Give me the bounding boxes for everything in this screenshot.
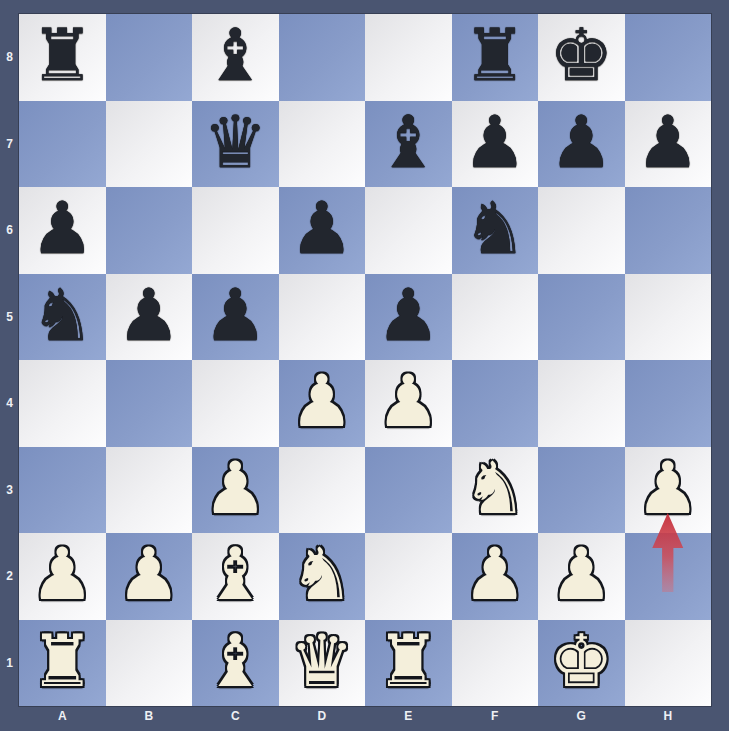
square-h4[interactable] <box>625 360 712 447</box>
square-b1[interactable] <box>106 620 193 707</box>
chess-board-panel: 87654321 ♜♝♜♚♛♝♟♟♟♟♟♞♞♟♟♟♟♟♟♞♟♟♟♝♞♟♟♜♝♛♜… <box>0 0 729 731</box>
piece-white-king[interactable]: ♚ <box>549 625 614 697</box>
square-a3[interactable] <box>19 447 106 534</box>
square-h6[interactable] <box>625 187 712 274</box>
file-label-g: G <box>538 706 625 731</box>
square-e1[interactable]: ♜ <box>365 620 452 707</box>
square-c1[interactable]: ♝ <box>192 620 279 707</box>
piece-white-rook[interactable]: ♜ <box>30 625 95 697</box>
square-b5[interactable]: ♟ <box>106 274 193 361</box>
square-c4[interactable] <box>192 360 279 447</box>
square-g6[interactable] <box>538 187 625 274</box>
piece-white-bishop[interactable]: ♝ <box>203 538 268 610</box>
square-c2[interactable]: ♝ <box>192 533 279 620</box>
square-b3[interactable] <box>106 447 193 534</box>
square-f1[interactable] <box>452 620 539 707</box>
file-label-e: E <box>365 706 452 731</box>
square-h1[interactable] <box>625 620 712 707</box>
square-a1[interactable]: ♜ <box>19 620 106 707</box>
square-d6[interactable]: ♟ <box>279 187 366 274</box>
piece-black-pawn[interactable]: ♟ <box>116 279 181 351</box>
square-c6[interactable] <box>192 187 279 274</box>
square-h7[interactable]: ♟ <box>625 101 712 188</box>
square-c8[interactable]: ♝ <box>192 14 279 101</box>
rank-label-6: 6 <box>0 187 19 274</box>
file-label-f: F <box>452 706 539 731</box>
file-label-a: A <box>19 706 106 731</box>
square-e6[interactable] <box>365 187 452 274</box>
piece-black-knight[interactable]: ♞ <box>30 279 95 351</box>
square-e8[interactable] <box>365 14 452 101</box>
square-a4[interactable] <box>19 360 106 447</box>
file-label-b: B <box>106 706 193 731</box>
piece-white-bishop[interactable]: ♝ <box>203 625 268 697</box>
square-f6[interactable]: ♞ <box>452 187 539 274</box>
piece-white-pawn[interactable]: ♟ <box>116 538 181 610</box>
file-labels: ABCDEFGH <box>19 706 711 731</box>
piece-black-pawn[interactable]: ♟ <box>289 192 354 264</box>
square-e5[interactable]: ♟ <box>365 274 452 361</box>
piece-white-pawn[interactable]: ♟ <box>549 538 614 610</box>
piece-black-pawn[interactable]: ♟ <box>549 106 614 178</box>
square-e7[interactable]: ♝ <box>365 101 452 188</box>
square-g1[interactable]: ♚ <box>538 620 625 707</box>
piece-white-pawn[interactable]: ♟ <box>462 538 527 610</box>
square-g5[interactable] <box>538 274 625 361</box>
rank-label-8: 8 <box>0 14 19 101</box>
square-d7[interactable] <box>279 101 366 188</box>
piece-black-rook[interactable]: ♜ <box>30 19 95 91</box>
piece-black-pawn[interactable]: ♟ <box>203 279 268 351</box>
square-d1[interactable]: ♛ <box>279 620 366 707</box>
square-f7[interactable]: ♟ <box>452 101 539 188</box>
piece-black-rook[interactable]: ♜ <box>462 19 527 91</box>
square-b8[interactable] <box>106 14 193 101</box>
piece-white-pawn[interactable]: ♟ <box>289 365 354 437</box>
square-f5[interactable] <box>452 274 539 361</box>
rank-label-4: 4 <box>0 360 19 447</box>
square-a8[interactable]: ♜ <box>19 14 106 101</box>
square-b7[interactable] <box>106 101 193 188</box>
piece-white-pawn[interactable]: ♟ <box>376 365 441 437</box>
square-f4[interactable] <box>452 360 539 447</box>
square-g2[interactable]: ♟ <box>538 533 625 620</box>
square-b2[interactable]: ♟ <box>106 533 193 620</box>
piece-white-pawn[interactable]: ♟ <box>203 452 268 524</box>
square-d8[interactable] <box>279 14 366 101</box>
square-d5[interactable] <box>279 274 366 361</box>
square-c3[interactable]: ♟ <box>192 447 279 534</box>
square-g8[interactable]: ♚ <box>538 14 625 101</box>
chess-board[interactable]: ♜♝♜♚♛♝♟♟♟♟♟♞♞♟♟♟♟♟♟♞♟♟♟♝♞♟♟♜♝♛♜♚ <box>19 14 711 706</box>
square-b6[interactable] <box>106 187 193 274</box>
square-e4[interactable]: ♟ <box>365 360 452 447</box>
piece-white-rook[interactable]: ♜ <box>376 625 441 697</box>
rank-label-1: 1 <box>0 620 19 707</box>
rank-label-2: 2 <box>0 533 19 620</box>
square-h8[interactable] <box>625 14 712 101</box>
piece-white-knight[interactable]: ♞ <box>462 452 527 524</box>
piece-white-pawn[interactable]: ♟ <box>30 538 95 610</box>
square-h5[interactable] <box>625 274 712 361</box>
square-d4[interactable]: ♟ <box>279 360 366 447</box>
square-b4[interactable] <box>106 360 193 447</box>
square-e3[interactable] <box>365 447 452 534</box>
rank-label-5: 5 <box>0 274 19 361</box>
square-c7[interactable]: ♛ <box>192 101 279 188</box>
piece-black-pawn[interactable]: ♟ <box>376 279 441 351</box>
piece-white-pawn[interactable]: ♟ <box>635 452 700 524</box>
piece-white-queen[interactable]: ♛ <box>289 625 354 697</box>
square-e2[interactable] <box>365 533 452 620</box>
piece-black-bishop[interactable]: ♝ <box>376 106 441 178</box>
piece-black-pawn[interactable]: ♟ <box>462 106 527 178</box>
square-d2[interactable]: ♞ <box>279 533 366 620</box>
piece-black-king[interactable]: ♚ <box>549 19 614 91</box>
piece-black-pawn[interactable]: ♟ <box>635 106 700 178</box>
rank-label-3: 3 <box>0 447 19 534</box>
rank-label-7: 7 <box>0 101 19 188</box>
square-a2[interactable]: ♟ <box>19 533 106 620</box>
piece-black-knight[interactable]: ♞ <box>462 192 527 264</box>
square-a5[interactable]: ♞ <box>19 274 106 361</box>
square-f2[interactable]: ♟ <box>452 533 539 620</box>
square-h3[interactable]: ♟ <box>625 447 712 534</box>
piece-black-bishop[interactable]: ♝ <box>203 19 268 91</box>
square-f3[interactable]: ♞ <box>452 447 539 534</box>
square-g7[interactable]: ♟ <box>538 101 625 188</box>
file-label-c: C <box>192 706 279 731</box>
file-label-d: D <box>279 706 366 731</box>
square-h2[interactable] <box>625 533 712 620</box>
piece-black-pawn[interactable]: ♟ <box>30 192 95 264</box>
square-g3[interactable] <box>538 447 625 534</box>
square-g4[interactable] <box>538 360 625 447</box>
square-d3[interactable] <box>279 447 366 534</box>
square-a6[interactable]: ♟ <box>19 187 106 274</box>
square-c5[interactable]: ♟ <box>192 274 279 361</box>
rank-labels: 87654321 <box>0 14 19 706</box>
square-f8[interactable]: ♜ <box>452 14 539 101</box>
piece-black-queen[interactable]: ♛ <box>203 106 268 178</box>
piece-white-knight[interactable]: ♞ <box>289 538 354 610</box>
file-label-h: H <box>625 706 712 731</box>
square-a7[interactable] <box>19 101 106 188</box>
